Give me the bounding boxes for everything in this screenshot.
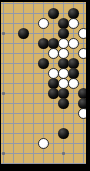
- white-stone[interactable]: [38, 18, 49, 29]
- white-stone[interactable]: [58, 48, 69, 59]
- grid-horizontal-line: [1, 113, 86, 114]
- board-frame-top: [0, 0, 90, 2]
- white-stone[interactable]: [38, 138, 49, 149]
- star-point: [2, 152, 5, 155]
- star-point: [2, 92, 5, 95]
- star-point: [2, 32, 5, 35]
- grid-horizontal-line: [1, 93, 86, 94]
- board-frame-bottom: [0, 164, 90, 171]
- black-stone[interactable]: [48, 8, 59, 19]
- grid-horizontal-line: [1, 103, 86, 104]
- grid-horizontal-line: [1, 53, 86, 54]
- board-frame-right: [86, 0, 90, 171]
- black-stone[interactable]: [58, 98, 69, 109]
- black-stone[interactable]: [58, 128, 69, 139]
- grid-horizontal-line: [1, 133, 86, 134]
- go-app-screenshot: [0, 0, 90, 171]
- grid-horizontal-line: [1, 153, 86, 154]
- white-stone[interactable]: [68, 38, 79, 49]
- board-frame-left: [0, 0, 1, 171]
- grid-horizontal-line: [1, 123, 86, 124]
- white-stone[interactable]: [68, 78, 79, 89]
- grid-horizontal-line: [1, 33, 86, 34]
- black-stone[interactable]: [18, 28, 29, 39]
- grid-horizontal-line: [1, 3, 86, 4]
- black-stone[interactable]: [38, 58, 49, 69]
- star-point: [62, 152, 65, 155]
- white-stone[interactable]: [68, 18, 79, 29]
